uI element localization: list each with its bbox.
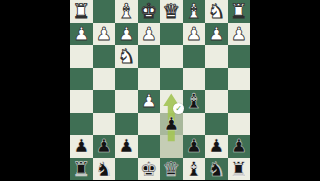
white-pawn[interactable]: ♟ [118, 24, 134, 42]
square-f8[interactable] [115, 158, 138, 181]
square-c2[interactable]: ♟ [183, 23, 206, 46]
screen: ✓ ♜♝♚♛♝♞♜♟♟♟♟♟♟♟♞♟♝♟♟♟♟♟♟♟♜♞♚♛♝♞♜ [0, 0, 320, 180]
black-queen[interactable]: ♛ [162, 158, 180, 178]
square-e6[interactable] [138, 113, 161, 136]
square-d4[interactable] [160, 68, 183, 91]
square-a7[interactable]: ♟ [228, 135, 251, 158]
white-pawn[interactable]: ♟ [208, 24, 224, 42]
black-pawn[interactable]: ♟ [186, 137, 202, 155]
square-f2[interactable]: ♟ [115, 23, 138, 46]
black-rook[interactable]: ♜ [72, 158, 90, 178]
black-pawn[interactable]: ♟ [163, 114, 179, 132]
square-c7[interactable]: ♟ [183, 135, 206, 158]
square-h1[interactable]: ♜ [70, 0, 93, 23]
square-b2[interactable]: ♟ [205, 23, 228, 46]
black-rook[interactable]: ♜ [230, 158, 248, 178]
white-pawn[interactable]: ♟ [231, 24, 247, 42]
square-g7[interactable]: ♟ [93, 135, 116, 158]
square-a3[interactable] [228, 45, 251, 68]
square-b5[interactable] [205, 90, 228, 113]
square-e8[interactable]: ♚ [138, 158, 161, 181]
white-queen[interactable]: ♛ [162, 1, 180, 21]
square-e7[interactable] [138, 135, 161, 158]
square-d7[interactable] [160, 135, 183, 158]
square-h6[interactable] [70, 113, 93, 136]
letterbox-left [0, 0, 70, 180]
square-a2[interactable]: ♟ [228, 23, 251, 46]
square-f5[interactable] [115, 90, 138, 113]
square-a5[interactable] [228, 90, 251, 113]
correct-move-badge: ✓ [173, 103, 184, 114]
square-g2[interactable]: ♟ [93, 23, 116, 46]
square-e5[interactable]: ♟ [138, 90, 161, 113]
square-c3[interactable] [183, 45, 206, 68]
square-f1[interactable]: ♝ [115, 0, 138, 23]
black-knight[interactable]: ♞ [207, 158, 225, 178]
white-pawn[interactable]: ♟ [96, 24, 112, 42]
square-a6[interactable] [228, 113, 251, 136]
square-f7[interactable]: ♟ [115, 135, 138, 158]
black-bishop[interactable]: ♝ [185, 158, 203, 178]
square-d6[interactable]: ♟ [160, 113, 183, 136]
black-pawn[interactable]: ♟ [96, 137, 112, 155]
white-knight[interactable]: ♞ [207, 1, 225, 21]
black-king[interactable]: ♚ [140, 158, 158, 178]
square-c5[interactable]: ♝ [183, 90, 206, 113]
square-g6[interactable] [93, 113, 116, 136]
square-b7[interactable]: ♟ [205, 135, 228, 158]
white-rook[interactable]: ♜ [230, 1, 248, 21]
square-c6[interactable] [183, 113, 206, 136]
square-h2[interactable]: ♟ [70, 23, 93, 46]
square-a1[interactable]: ♜ [228, 0, 251, 23]
square-b6[interactable] [205, 113, 228, 136]
square-a4[interactable] [228, 68, 251, 91]
square-h7[interactable]: ♟ [70, 135, 93, 158]
square-g3[interactable] [93, 45, 116, 68]
black-pawn[interactable]: ♟ [73, 137, 89, 155]
square-h5[interactable] [70, 90, 93, 113]
letterbox-right [250, 0, 320, 180]
square-b1[interactable]: ♞ [205, 0, 228, 23]
square-c1[interactable]: ♝ [183, 0, 206, 23]
square-a8[interactable]: ♜ [228, 158, 251, 181]
white-pawn[interactable]: ♟ [73, 24, 89, 42]
white-bishop[interactable]: ♝ [185, 1, 203, 21]
square-f6[interactable] [115, 113, 138, 136]
square-g8[interactable]: ♞ [93, 158, 116, 181]
square-f3[interactable]: ♞ [115, 45, 138, 68]
black-pawn[interactable]: ♟ [118, 137, 134, 155]
square-c8[interactable]: ♝ [183, 158, 206, 181]
black-bishop[interactable]: ♝ [185, 91, 203, 111]
square-g1[interactable] [93, 0, 116, 23]
square-f4[interactable] [115, 68, 138, 91]
white-knight[interactable]: ♞ [117, 46, 135, 66]
square-b4[interactable] [205, 68, 228, 91]
square-h3[interactable] [70, 45, 93, 68]
board[interactable]: ✓ ♜♝♚♛♝♞♜♟♟♟♟♟♟♟♞♟♝♟♟♟♟♟♟♟♜♞♚♛♝♞♜ [70, 0, 250, 180]
square-d1[interactable]: ♛ [160, 0, 183, 23]
square-c4[interactable] [183, 68, 206, 91]
square-d8[interactable]: ♛ [160, 158, 183, 181]
square-h4[interactable] [70, 68, 93, 91]
square-g4[interactable] [93, 68, 116, 91]
square-b3[interactable] [205, 45, 228, 68]
white-pawn[interactable]: ♟ [186, 24, 202, 42]
square-e4[interactable] [138, 68, 161, 91]
black-pawn[interactable]: ♟ [208, 137, 224, 155]
square-e1[interactable]: ♚ [138, 0, 161, 23]
white-king[interactable]: ♚ [140, 1, 158, 21]
square-d3[interactable] [160, 45, 183, 68]
black-knight[interactable]: ♞ [95, 158, 113, 178]
white-pawn[interactable]: ♟ [141, 24, 157, 42]
checkmark-icon: ✓ [175, 104, 182, 113]
square-e3[interactable] [138, 45, 161, 68]
square-d2[interactable] [160, 23, 183, 46]
square-e2[interactable]: ♟ [138, 23, 161, 46]
square-g5[interactable] [93, 90, 116, 113]
black-pawn[interactable]: ♟ [231, 137, 247, 155]
square-b8[interactable]: ♞ [205, 158, 228, 181]
white-bishop[interactable]: ♝ [117, 1, 135, 21]
white-rook[interactable]: ♜ [72, 1, 90, 21]
white-pawn[interactable]: ♟ [141, 92, 157, 110]
square-h8[interactable]: ♜ [70, 158, 93, 181]
